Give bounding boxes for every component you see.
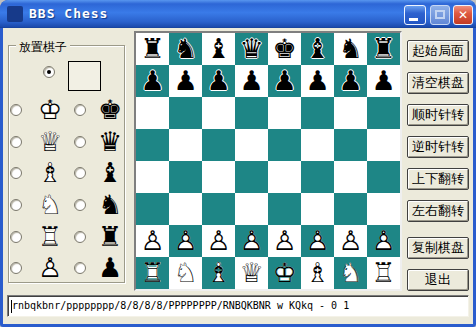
- piece-white-rook: ♜♖: [136, 257, 169, 289]
- piece-outline: ♙: [334, 225, 367, 257]
- rotate-clockwise-button[interactable]: 顺时针转: [407, 104, 469, 126]
- piece-white-pawn: ♟♙: [136, 225, 169, 257]
- palette-black-bishop[interactable]: ♝: [93, 157, 127, 189]
- piece-outline: ♙: [268, 225, 301, 257]
- piece-outline: ♔: [33, 94, 67, 126]
- square-c7[interactable]: ♟: [202, 65, 235, 97]
- maximize-button[interactable]: [430, 5, 450, 25]
- radio-white-pawn[interactable]: [10, 262, 22, 274]
- radio-white-bishop[interactable]: [10, 167, 22, 179]
- square-d8[interactable]: ♛: [235, 33, 268, 65]
- square-e1[interactable]: ♚♔: [268, 257, 301, 289]
- flip-horizontal-button[interactable]: 左右翻转: [407, 200, 469, 222]
- radio-black-bishop[interactable]: [74, 167, 86, 179]
- palette-black-queen[interactable]: ♛: [93, 126, 127, 158]
- palette-white-queen[interactable]: ♛♕: [33, 126, 67, 158]
- piece-black-knight: ♞: [169, 33, 202, 65]
- square-c5[interactable]: [202, 129, 235, 161]
- square-g2[interactable]: ♟♙: [334, 225, 367, 257]
- piece-outline: ♙: [136, 225, 169, 257]
- fen-text: rnbqkbnr/pppppppp/8/8/8/8/PPPPPPPP/RNBQK…: [12, 300, 349, 311]
- square-e6[interactable]: [268, 97, 301, 129]
- radio-black-king[interactable]: [74, 104, 86, 116]
- radio-white-knight[interactable]: [10, 199, 22, 211]
- piece-white-pawn: ♟♙: [169, 225, 202, 257]
- piece-black-rook: ♜: [136, 33, 169, 65]
- square-d7[interactable]: ♟: [235, 65, 268, 97]
- piece-black-king: ♚: [93, 94, 127, 126]
- piece-white-knight: ♞♘: [169, 257, 202, 289]
- square-g6[interactable]: [334, 97, 367, 129]
- start-position-button[interactable]: 起始局面: [407, 40, 469, 62]
- square-g5[interactable]: [334, 129, 367, 161]
- piece-black-knight: ♞: [334, 33, 367, 65]
- piece-black-bishop: ♝: [93, 157, 127, 189]
- square-f6[interactable]: [301, 97, 334, 129]
- square-h4[interactable]: [367, 161, 400, 193]
- fen-input[interactable]: rnbqkbnr/pppppppp/8/8/8/8/PPPPPPPP/RNBQK…: [7, 295, 469, 317]
- piece-outline: ♗: [301, 257, 334, 289]
- square-h8[interactable]: ♜: [367, 33, 400, 65]
- palette-white-king[interactable]: ♚♔: [33, 94, 67, 126]
- square-b5[interactable]: [169, 129, 202, 161]
- palette-black-rook[interactable]: ♜: [93, 221, 127, 253]
- piece-white-pawn: ♟♙: [202, 225, 235, 257]
- square-b7[interactable]: ♟: [169, 65, 202, 97]
- square-d5[interactable]: [235, 129, 268, 161]
- maximize-icon: [435, 10, 445, 19]
- square-f4[interactable]: [301, 161, 334, 193]
- piece-white-pawn: ♟♙: [367, 225, 400, 257]
- square-h1[interactable]: ♜♖: [367, 257, 400, 289]
- square-e5[interactable]: [268, 129, 301, 161]
- piece-white-bishop: ♝♗: [202, 257, 235, 289]
- square-a1[interactable]: ♜♖: [136, 257, 169, 289]
- square-b4[interactable]: [169, 161, 202, 193]
- radio-dot: [47, 70, 51, 74]
- square-e2[interactable]: ♟♙: [268, 225, 301, 257]
- square-f1[interactable]: ♝♗: [301, 257, 334, 289]
- radio-white-rook[interactable]: [10, 231, 22, 243]
- piece-outline: ♖: [136, 257, 169, 289]
- piece-black-pawn: ♟: [268, 65, 301, 97]
- piece-white-pawn: ♟♙: [334, 225, 367, 257]
- square-e3[interactable]: [268, 193, 301, 225]
- square-d2[interactable]: ♟♙: [235, 225, 268, 257]
- square-g8[interactable]: ♞: [334, 33, 367, 65]
- radio-white-king[interactable]: [10, 104, 22, 116]
- piece-outline: ♗: [202, 257, 235, 289]
- square-a5[interactable]: [136, 129, 169, 161]
- square-a2[interactable]: ♟♙: [136, 225, 169, 257]
- piece-black-bishop: ♝: [301, 33, 334, 65]
- piece-white-bishop: ♝♗: [301, 257, 334, 289]
- square-c8[interactable]: ♝: [202, 33, 235, 65]
- square-b6[interactable]: [169, 97, 202, 129]
- piece-white-pawn: ♟♙: [33, 252, 67, 284]
- piece-palette-label: 放置棋子: [16, 39, 70, 56]
- square-a3[interactable]: [136, 193, 169, 225]
- square-a6[interactable]: [136, 97, 169, 129]
- square-f3[interactable]: [301, 193, 334, 225]
- piece-white-pawn: ♟♙: [301, 225, 334, 257]
- square-h6[interactable]: [367, 97, 400, 129]
- piece-white-knight: ♞♘: [33, 189, 67, 221]
- square-f8[interactable]: ♝: [301, 33, 334, 65]
- piece-outline: ♘: [33, 189, 67, 221]
- square-f2[interactable]: ♟♙: [301, 225, 334, 257]
- piece-black-rook: ♜: [93, 221, 127, 253]
- bbs-chess-window: BBS Chess ✕ 放置棋子 ♚♔♚♛♕♛♝♗♝♞♘♞♜♖♜♟♙♟ ♜♞♝♛…: [0, 0, 476, 327]
- piece-black-queen: ♛: [93, 126, 127, 158]
- piece-outline: ♔: [268, 257, 301, 289]
- palette-black-king[interactable]: ♚: [93, 94, 127, 126]
- piece-white-queen: ♛♕: [33, 126, 67, 158]
- piece-outline: ♖: [367, 257, 400, 289]
- square-d6[interactable]: [235, 97, 268, 129]
- empty-square-swatch[interactable]: [68, 61, 101, 91]
- piece-white-queen: ♛♕: [235, 257, 268, 289]
- rotate-counterclockwise-button[interactable]: 逆时针转: [407, 136, 469, 158]
- square-a8[interactable]: ♜: [136, 33, 169, 65]
- piece-outline: ♙: [301, 225, 334, 257]
- radio-black-queen[interactable]: [74, 136, 86, 148]
- piece-black-pawn: ♟: [93, 252, 127, 284]
- palette-white-bishop[interactable]: ♝♗: [33, 157, 67, 189]
- square-a4[interactable]: [136, 161, 169, 193]
- chess-board: ♜♞♝♛♚♝♞♜♟♟♟♟♟♟♟♟♟♙♟♙♟♙♟♙♟♙♟♙♟♙♟♙♜♖♞♘♝♗♛♕…: [134, 31, 402, 291]
- flip-vertical-button[interactable]: 上下翻转: [407, 168, 469, 190]
- piece-outline: ♖: [33, 221, 67, 253]
- piece-outline: ♕: [33, 126, 67, 158]
- piece-outline: ♘: [334, 257, 367, 289]
- piece-white-knight: ♞♘: [334, 257, 367, 289]
- exit-button[interactable]: 退出: [407, 269, 469, 291]
- square-g7[interactable]: ♟: [334, 65, 367, 97]
- piece-black-bishop: ♝: [202, 33, 235, 65]
- piece-black-knight: ♞: [93, 189, 127, 221]
- piece-white-bishop: ♝♗: [33, 157, 67, 189]
- square-b8[interactable]: ♞: [169, 33, 202, 65]
- square-e4[interactable]: [268, 161, 301, 193]
- square-h7[interactable]: ♟: [367, 65, 400, 97]
- piece-outline: ♘: [169, 257, 202, 289]
- square-c1[interactable]: ♝♗: [202, 257, 235, 289]
- minimize-button[interactable]: [404, 5, 426, 25]
- square-g1[interactable]: ♞♘: [334, 257, 367, 289]
- square-a7[interactable]: ♟: [136, 65, 169, 97]
- minimize-icon: [409, 18, 418, 21]
- app-icon: [7, 6, 23, 22]
- piece-black-rook: ♜: [367, 33, 400, 65]
- square-h5[interactable]: [367, 129, 400, 161]
- piece-outline: ♕: [235, 257, 268, 289]
- piece-outline: ♙: [33, 252, 67, 284]
- piece-black-queen: ♛: [235, 33, 268, 65]
- palette-white-knight[interactable]: ♞♘: [33, 189, 67, 221]
- square-g4[interactable]: [334, 161, 367, 193]
- radio-empty-square[interactable]: [43, 66, 55, 78]
- palette-black-knight[interactable]: ♞: [93, 189, 127, 221]
- piece-black-pawn: ♟: [235, 65, 268, 97]
- square-h2[interactable]: ♟♙: [367, 225, 400, 257]
- title-bar[interactable]: BBS Chess ✕: [0, 0, 476, 28]
- square-b3[interactable]: [169, 193, 202, 225]
- square-b2[interactable]: ♟♙: [169, 225, 202, 257]
- square-c6[interactable]: [202, 97, 235, 129]
- square-d1[interactable]: ♛♕: [235, 257, 268, 289]
- piece-black-pawn: ♟: [136, 65, 169, 97]
- piece-black-pawn: ♟: [334, 65, 367, 97]
- square-h3[interactable]: [367, 193, 400, 225]
- piece-outline: ♙: [367, 225, 400, 257]
- square-g3[interactable]: [334, 193, 367, 225]
- palette-white-rook[interactable]: ♜♖: [33, 221, 67, 253]
- radio-black-knight[interactable]: [74, 199, 86, 211]
- piece-black-king: ♚: [268, 33, 301, 65]
- clear-board-button[interactable]: 清空棋盘: [407, 72, 469, 94]
- radio-black-rook[interactable]: [74, 231, 86, 243]
- square-c3[interactable]: [202, 193, 235, 225]
- piece-outline: ♙: [235, 225, 268, 257]
- square-e8[interactable]: ♚: [268, 33, 301, 65]
- piece-outline: ♙: [202, 225, 235, 257]
- palette-black-pawn[interactable]: ♟: [93, 252, 127, 284]
- palette-white-pawn[interactable]: ♟♙: [33, 252, 67, 284]
- square-d4[interactable]: [235, 161, 268, 193]
- close-button[interactable]: ✕: [453, 5, 473, 25]
- square-d3[interactable]: [235, 193, 268, 225]
- piece-white-rook: ♜♖: [33, 221, 67, 253]
- radio-white-queen[interactable]: [10, 136, 22, 148]
- square-c2[interactable]: ♟♙: [202, 225, 235, 257]
- piece-white-pawn: ♟♙: [268, 225, 301, 257]
- piece-outline: ♗: [33, 157, 67, 189]
- radio-black-pawn[interactable]: [74, 262, 86, 274]
- square-c4[interactable]: [202, 161, 235, 193]
- piece-black-pawn: ♟: [169, 65, 202, 97]
- piece-black-pawn: ♟: [301, 65, 334, 97]
- piece-black-pawn: ♟: [367, 65, 400, 97]
- piece-white-king: ♚♔: [268, 257, 301, 289]
- square-f7[interactable]: ♟: [301, 65, 334, 97]
- piece-white-rook: ♜♖: [367, 257, 400, 289]
- piece-black-pawn: ♟: [202, 65, 235, 97]
- piece-white-king: ♚♔: [33, 94, 67, 126]
- window-title: BBS Chess: [29, 0, 108, 28]
- square-e7[interactable]: ♟: [268, 65, 301, 97]
- piece-white-pawn: ♟♙: [235, 225, 268, 257]
- square-b1[interactable]: ♞♘: [169, 257, 202, 289]
- piece-outline: ♙: [169, 225, 202, 257]
- copy-board-button[interactable]: 复制棋盘: [407, 237, 469, 259]
- square-f5[interactable]: [301, 129, 334, 161]
